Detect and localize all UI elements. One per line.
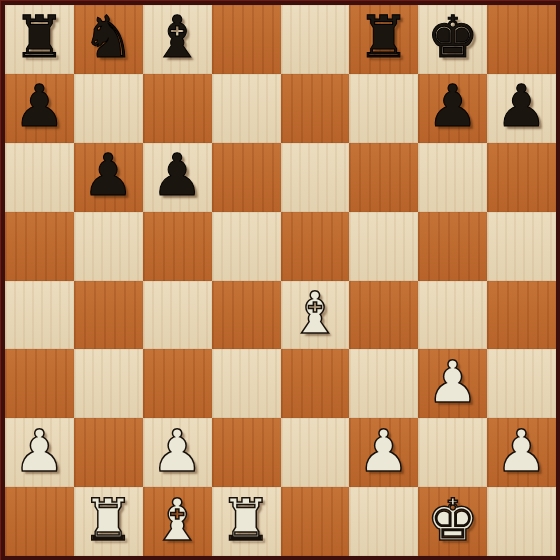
square-d2[interactable] [212, 418, 281, 487]
black-pawn-piece: ♟ [151, 146, 203, 204]
square-c6[interactable]: ♟ [143, 143, 212, 212]
square-d7[interactable] [212, 74, 281, 143]
square-g5[interactable] [418, 212, 487, 281]
white-pawn-piece: ♟ [358, 422, 410, 480]
square-c4[interactable] [143, 281, 212, 350]
square-h2[interactable]: ♟ [487, 418, 556, 487]
square-b5[interactable] [74, 212, 143, 281]
square-d1[interactable]: ♜ [212, 487, 281, 556]
black-knight-piece: ♞ [82, 8, 134, 66]
square-a6[interactable] [5, 143, 74, 212]
square-h1[interactable] [487, 487, 556, 556]
square-f6[interactable] [349, 143, 418, 212]
square-g8[interactable]: ♚ [418, 5, 487, 74]
square-e1[interactable] [281, 487, 350, 556]
square-d5[interactable] [212, 212, 281, 281]
square-c2[interactable]: ♟ [143, 418, 212, 487]
square-g4[interactable] [418, 281, 487, 350]
white-pawn-piece: ♟ [151, 422, 203, 480]
white-bishop-piece: ♝ [151, 491, 203, 549]
square-f7[interactable] [349, 74, 418, 143]
square-e3[interactable] [281, 349, 350, 418]
square-b6[interactable]: ♟ [74, 143, 143, 212]
square-e2[interactable] [281, 418, 350, 487]
square-c3[interactable] [143, 349, 212, 418]
white-rook-piece: ♜ [82, 491, 134, 549]
square-f8[interactable]: ♜ [349, 5, 418, 74]
square-c7[interactable] [143, 74, 212, 143]
white-bishop-piece: ♝ [289, 284, 341, 342]
square-e8[interactable] [281, 5, 350, 74]
square-d4[interactable] [212, 281, 281, 350]
white-pawn-piece: ♟ [496, 422, 548, 480]
black-pawn-piece: ♟ [427, 77, 479, 135]
square-a1[interactable] [5, 487, 74, 556]
white-pawn-piece: ♟ [13, 422, 65, 480]
square-h4[interactable] [487, 281, 556, 350]
square-f2[interactable]: ♟ [349, 418, 418, 487]
square-f3[interactable] [349, 349, 418, 418]
black-bishop-piece: ♝ [151, 8, 203, 66]
square-h8[interactable] [487, 5, 556, 74]
square-b8[interactable]: ♞ [74, 5, 143, 74]
black-king-piece: ♚ [427, 8, 479, 66]
chess-board: ♜♞♝♜♚♟♟♟♟♟♝♟♟♟♟♟♜♝♜♚ [5, 5, 556, 556]
square-d6[interactable] [212, 143, 281, 212]
black-pawn-piece: ♟ [496, 77, 548, 135]
square-f1[interactable] [349, 487, 418, 556]
square-b2[interactable] [74, 418, 143, 487]
square-e5[interactable] [281, 212, 350, 281]
square-e6[interactable] [281, 143, 350, 212]
square-f5[interactable] [349, 212, 418, 281]
square-g1[interactable]: ♚ [418, 487, 487, 556]
black-pawn-piece: ♟ [13, 77, 65, 135]
square-h5[interactable] [487, 212, 556, 281]
square-e4[interactable]: ♝ [281, 281, 350, 350]
square-f4[interactable] [349, 281, 418, 350]
square-g3[interactable]: ♟ [418, 349, 487, 418]
square-h6[interactable] [487, 143, 556, 212]
white-king-piece: ♚ [427, 491, 479, 549]
square-b3[interactable] [74, 349, 143, 418]
square-g7[interactable]: ♟ [418, 74, 487, 143]
square-a7[interactable]: ♟ [5, 74, 74, 143]
square-a8[interactable]: ♜ [5, 5, 74, 74]
square-b1[interactable]: ♜ [74, 487, 143, 556]
square-e7[interactable] [281, 74, 350, 143]
square-d3[interactable] [212, 349, 281, 418]
white-pawn-piece: ♟ [427, 353, 479, 411]
square-a2[interactable]: ♟ [5, 418, 74, 487]
square-g2[interactable] [418, 418, 487, 487]
square-h3[interactable] [487, 349, 556, 418]
black-rook-piece: ♜ [13, 8, 65, 66]
black-pawn-piece: ♟ [82, 146, 134, 204]
square-c5[interactable] [143, 212, 212, 281]
chess-board-frame: ♜♞♝♜♚♟♟♟♟♟♝♟♟♟♟♟♜♝♜♚ [0, 0, 560, 560]
square-c8[interactable]: ♝ [143, 5, 212, 74]
square-b7[interactable] [74, 74, 143, 143]
square-g6[interactable] [418, 143, 487, 212]
black-rook-piece: ♜ [358, 8, 410, 66]
square-h7[interactable]: ♟ [487, 74, 556, 143]
square-c1[interactable]: ♝ [143, 487, 212, 556]
square-b4[interactable] [74, 281, 143, 350]
square-d8[interactable] [212, 5, 281, 74]
square-a4[interactable] [5, 281, 74, 350]
square-a3[interactable] [5, 349, 74, 418]
white-rook-piece: ♜ [220, 491, 272, 549]
square-a5[interactable] [5, 212, 74, 281]
